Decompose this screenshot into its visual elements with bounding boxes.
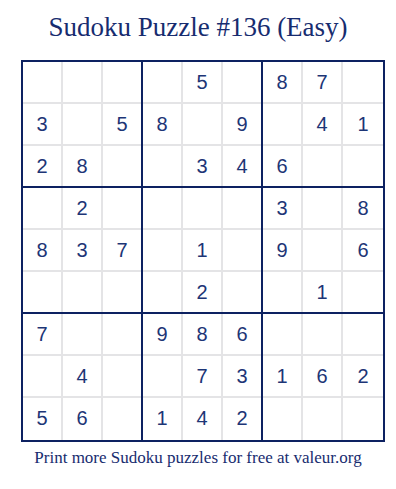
cell-r3c6[interactable]: 4 [223, 146, 263, 188]
cell-r6c9[interactable] [343, 272, 383, 314]
cell-r3c5[interactable]: 3 [183, 146, 223, 188]
cell-r6c3[interactable] [103, 272, 143, 314]
cell-r7c1[interactable]: 7 [23, 314, 63, 356]
puzzle-title: Sudoku Puzzle #136 (Easy) [0, 12, 396, 43]
cell-r8c6[interactable]: 3 [223, 356, 263, 398]
cell-r7c9[interactable] [343, 314, 383, 356]
cell-r6c1[interactable] [23, 272, 63, 314]
cell-r4c1[interactable] [23, 188, 63, 230]
cell-r7c8[interactable] [303, 314, 343, 356]
cell-r1c8[interactable]: 7 [303, 62, 343, 104]
cell-r5c5[interactable]: 1 [183, 230, 223, 272]
cell-r1c1[interactable] [23, 62, 63, 104]
cell-r3c3[interactable] [103, 146, 143, 188]
cell-r3c1[interactable]: 2 [23, 146, 63, 188]
cell-r9c2[interactable]: 6 [63, 398, 103, 440]
cell-r7c4[interactable]: 9 [143, 314, 183, 356]
cell-r7c3[interactable] [103, 314, 143, 356]
cell-r8c5[interactable]: 7 [183, 356, 223, 398]
cell-r6c2[interactable] [63, 272, 103, 314]
cell-r6c4[interactable] [143, 272, 183, 314]
cell-r5c2[interactable]: 3 [63, 230, 103, 272]
cell-r6c6[interactable] [223, 272, 263, 314]
cell-r9c7[interactable] [263, 398, 303, 440]
cell-r2c3[interactable]: 5 [103, 104, 143, 146]
cell-r8c3[interactable] [103, 356, 143, 398]
cell-r4c3[interactable] [103, 188, 143, 230]
cell-r4c7[interactable]: 3 [263, 188, 303, 230]
cell-r8c4[interactable] [143, 356, 183, 398]
cell-r8c2[interactable]: 4 [63, 356, 103, 398]
cell-r2c8[interactable]: 4 [303, 104, 343, 146]
cell-r5c7[interactable]: 9 [263, 230, 303, 272]
cell-r1c9[interactable] [343, 62, 383, 104]
cell-r4c4[interactable] [143, 188, 183, 230]
cell-r3c8[interactable] [303, 146, 343, 188]
cell-r2c5[interactable] [183, 104, 223, 146]
cell-r3c2[interactable]: 8 [63, 146, 103, 188]
cell-r9c6[interactable]: 2 [223, 398, 263, 440]
cell-r6c5[interactable]: 2 [183, 272, 223, 314]
footer-text: Print more Sudoku puzzles for free at va… [0, 448, 396, 468]
cell-r5c9[interactable]: 6 [343, 230, 383, 272]
cell-r3c4[interactable] [143, 146, 183, 188]
cell-r5c4[interactable] [143, 230, 183, 272]
cell-r8c7[interactable]: 1 [263, 356, 303, 398]
cell-r6c7[interactable] [263, 272, 303, 314]
cell-r7c7[interactable] [263, 314, 303, 356]
cell-r7c6[interactable]: 6 [223, 314, 263, 356]
cell-r4c5[interactable] [183, 188, 223, 230]
cell-r4c6[interactable] [223, 188, 263, 230]
cell-r5c3[interactable]: 7 [103, 230, 143, 272]
cell-r5c6[interactable] [223, 230, 263, 272]
sudoku-board: 5873589412834623883719621798647316256142 [21, 60, 385, 442]
cell-r8c1[interactable] [23, 356, 63, 398]
cell-r4c9[interactable]: 8 [343, 188, 383, 230]
cell-r8c8[interactable]: 6 [303, 356, 343, 398]
cell-r6c8[interactable]: 1 [303, 272, 343, 314]
cell-r2c7[interactable] [263, 104, 303, 146]
cell-r1c6[interactable] [223, 62, 263, 104]
cell-r2c2[interactable] [63, 104, 103, 146]
cell-r9c3[interactable] [103, 398, 143, 440]
cell-r9c9[interactable] [343, 398, 383, 440]
cell-r1c2[interactable] [63, 62, 103, 104]
cell-r1c3[interactable] [103, 62, 143, 104]
cell-r7c5[interactable]: 8 [183, 314, 223, 356]
cell-r2c6[interactable]: 9 [223, 104, 263, 146]
cell-r7c2[interactable] [63, 314, 103, 356]
sudoku-grid: 5873589412834623883719621798647316256142 [23, 62, 383, 440]
cell-r9c1[interactable]: 5 [23, 398, 63, 440]
cell-r9c5[interactable]: 4 [183, 398, 223, 440]
cell-r5c1[interactable]: 8 [23, 230, 63, 272]
cell-r1c7[interactable]: 8 [263, 62, 303, 104]
sudoku-page: Sudoku Puzzle #136 (Easy) 58735894128346… [0, 0, 396, 489]
cell-r9c4[interactable]: 1 [143, 398, 183, 440]
cell-r1c5[interactable]: 5 [183, 62, 223, 104]
cell-r4c8[interactable] [303, 188, 343, 230]
cell-r9c8[interactable] [303, 398, 343, 440]
cell-r1c4[interactable] [143, 62, 183, 104]
cell-r4c2[interactable]: 2 [63, 188, 103, 230]
cell-r3c9[interactable] [343, 146, 383, 188]
cell-r2c4[interactable]: 8 [143, 104, 183, 146]
cell-r2c9[interactable]: 1 [343, 104, 383, 146]
cell-r2c1[interactable]: 3 [23, 104, 63, 146]
cell-r5c8[interactable] [303, 230, 343, 272]
cell-r8c9[interactable]: 2 [343, 356, 383, 398]
cell-r3c7[interactable]: 6 [263, 146, 303, 188]
